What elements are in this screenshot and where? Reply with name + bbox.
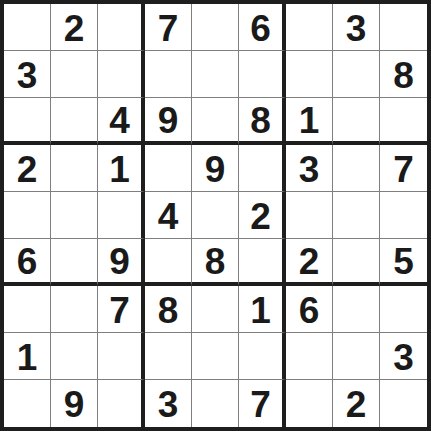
cell-r1c4[interactable]: 7 (145, 4, 192, 51)
given-digit: 9 (205, 151, 226, 188)
cell-r7c9[interactable] (380, 286, 427, 333)
cell-r5c8[interactable] (333, 192, 380, 239)
given-digit: 1 (109, 151, 130, 188)
cell-r5c7[interactable] (286, 192, 333, 239)
cell-r8c3[interactable] (98, 333, 145, 380)
sudoku-board: 27633849812193742698257816139372 (0, 0, 431, 431)
cell-r8c1[interactable]: 1 (4, 333, 51, 380)
cell-r6c8[interactable] (333, 239, 380, 286)
given-digit: 6 (299, 292, 320, 329)
cell-r1c3[interactable] (98, 4, 145, 51)
given-digit: 7 (393, 151, 414, 188)
given-digit: 2 (346, 386, 367, 423)
cell-r7c5[interactable] (192, 286, 239, 333)
given-digit: 2 (17, 151, 38, 188)
cell-r3c3[interactable]: 4 (98, 98, 145, 145)
cell-r8c5[interactable] (192, 333, 239, 380)
cell-r5c2[interactable] (51, 192, 98, 239)
cell-r8c9[interactable]: 3 (380, 333, 427, 380)
cell-r6c2[interactable] (51, 239, 98, 286)
cell-r8c4[interactable] (145, 333, 192, 380)
given-digit: 4 (158, 198, 179, 235)
given-digit: 1 (299, 102, 320, 139)
cell-r9c7[interactable] (286, 380, 333, 427)
cell-r3c1[interactable] (4, 98, 51, 145)
cell-r8c6[interactable] (239, 333, 286, 380)
given-digit: 9 (158, 102, 179, 139)
cell-r3c5[interactable] (192, 98, 239, 145)
cell-r6c7[interactable]: 2 (286, 239, 333, 286)
cell-r3c4[interactable]: 9 (145, 98, 192, 145)
given-digit: 3 (158, 386, 179, 423)
given-digit: 5 (393, 243, 414, 280)
given-digit: 1 (250, 292, 271, 329)
given-digit: 7 (158, 10, 179, 47)
given-digit: 1 (17, 339, 38, 376)
cell-r6c3[interactable]: 9 (98, 239, 145, 286)
given-digit: 9 (109, 243, 130, 280)
cell-r4c3[interactable]: 1 (98, 145, 145, 192)
cell-r2c9[interactable]: 8 (380, 51, 427, 98)
given-digit: 3 (17, 57, 38, 94)
cell-r9c6[interactable]: 7 (239, 380, 286, 427)
cell-r2c2[interactable] (51, 51, 98, 98)
cell-r4c9[interactable]: 7 (380, 145, 427, 192)
cell-r1c6[interactable]: 6 (239, 4, 286, 51)
cell-r1c8[interactable]: 3 (333, 4, 380, 51)
given-digit: 3 (393, 339, 414, 376)
cell-r5c1[interactable] (4, 192, 51, 239)
given-digit: 7 (250, 386, 271, 423)
cell-r6c5[interactable]: 8 (192, 239, 239, 286)
cell-r2c1[interactable]: 3 (4, 51, 51, 98)
cell-r7c7[interactable]: 6 (286, 286, 333, 333)
cell-r6c1[interactable]: 6 (4, 239, 51, 286)
cell-r2c4[interactable] (145, 51, 192, 98)
cell-r6c4[interactable] (145, 239, 192, 286)
cell-r9c9[interactable] (380, 380, 427, 427)
cell-r2c5[interactable] (192, 51, 239, 98)
cell-r4c5[interactable]: 9 (192, 145, 239, 192)
cell-r4c6[interactable] (239, 145, 286, 192)
cell-r2c8[interactable] (333, 51, 380, 98)
cell-r9c1[interactable] (4, 380, 51, 427)
cell-r1c7[interactable] (286, 4, 333, 51)
cell-r1c5[interactable] (192, 4, 239, 51)
cell-r7c1[interactable] (4, 286, 51, 333)
given-digit: 8 (158, 292, 179, 329)
cell-r7c8[interactable] (333, 286, 380, 333)
given-digit: 2 (64, 10, 85, 47)
cell-r3c9[interactable] (380, 98, 427, 145)
cell-r5c5[interactable] (192, 192, 239, 239)
cell-r7c3[interactable]: 7 (98, 286, 145, 333)
cell-r7c2[interactable] (51, 286, 98, 333)
cell-r1c2[interactable]: 2 (51, 4, 98, 51)
cell-r5c4[interactable]: 4 (145, 192, 192, 239)
given-digit: 2 (250, 198, 271, 235)
cell-r2c3[interactable] (98, 51, 145, 98)
cell-r3c8[interactable] (333, 98, 380, 145)
given-digit: 4 (109, 102, 130, 139)
given-digit: 8 (393, 57, 414, 94)
cell-r6c9[interactable]: 5 (380, 239, 427, 286)
cell-r8c7[interactable] (286, 333, 333, 380)
cell-r2c6[interactable] (239, 51, 286, 98)
cell-r9c8[interactable]: 2 (333, 380, 380, 427)
cell-r3c6[interactable]: 8 (239, 98, 286, 145)
given-digit: 8 (250, 102, 271, 139)
cell-r3c2[interactable] (51, 98, 98, 145)
cell-r2c7[interactable] (286, 51, 333, 98)
cell-r9c5[interactable] (192, 380, 239, 427)
given-digit: 9 (64, 386, 85, 423)
cell-r9c4[interactable]: 3 (145, 380, 192, 427)
cell-r4c7[interactable]: 3 (286, 145, 333, 192)
cell-r6c6[interactable] (239, 239, 286, 286)
cell-r1c1[interactable] (4, 4, 51, 51)
cell-r1c9[interactable] (380, 4, 427, 51)
cell-r8c2[interactable] (51, 333, 98, 380)
cell-r5c9[interactable] (380, 192, 427, 239)
cell-r3c7[interactable]: 1 (286, 98, 333, 145)
cell-r4c8[interactable] (333, 145, 380, 192)
cell-r4c2[interactable] (51, 145, 98, 192)
given-digit: 3 (299, 151, 320, 188)
given-digit: 6 (250, 10, 271, 47)
cell-r5c3[interactable] (98, 192, 145, 239)
given-digit: 3 (346, 10, 367, 47)
cell-r7c6[interactable]: 1 (239, 286, 286, 333)
cell-r7c4[interactable]: 8 (145, 286, 192, 333)
given-digit: 2 (299, 243, 320, 280)
cell-r4c1[interactable]: 2 (4, 145, 51, 192)
cell-r8c8[interactable] (333, 333, 380, 380)
given-digit: 7 (109, 292, 130, 329)
cell-r4c4[interactable] (145, 145, 192, 192)
given-digit: 6 (17, 243, 38, 280)
cell-r9c2[interactable]: 9 (51, 380, 98, 427)
cell-r9c3[interactable] (98, 380, 145, 427)
given-digit: 8 (205, 243, 226, 280)
cell-r5c6[interactable]: 2 (239, 192, 286, 239)
